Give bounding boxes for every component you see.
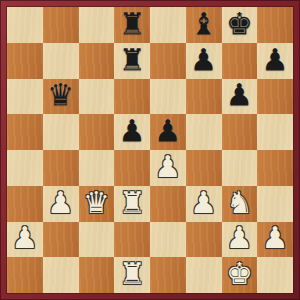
piece-black-rook-d7[interactable]: ♜ xyxy=(119,45,146,75)
square-h5[interactable] xyxy=(257,114,293,150)
piece-black-bishop-f8[interactable]: ♝ xyxy=(190,9,217,39)
piece-black-pawn-d5[interactable]: ♟ xyxy=(119,116,146,146)
square-b1[interactable] xyxy=(43,257,79,293)
square-h4[interactable] xyxy=(257,150,293,186)
square-c3[interactable]: ♛ xyxy=(79,186,115,222)
square-a5[interactable] xyxy=(7,114,43,150)
square-g4[interactable] xyxy=(222,150,258,186)
square-g8[interactable]: ♚ xyxy=(222,7,258,43)
square-d8[interactable]: ♜ xyxy=(114,7,150,43)
square-f6[interactable] xyxy=(186,79,222,115)
square-h3[interactable] xyxy=(257,186,293,222)
piece-black-pawn-f7[interactable]: ♟ xyxy=(190,45,217,75)
square-b8[interactable] xyxy=(43,7,79,43)
piece-white-knight-g3[interactable]: ♞ xyxy=(226,188,253,218)
square-e6[interactable] xyxy=(150,79,186,115)
piece-white-pawn-b3[interactable]: ♟ xyxy=(47,188,74,218)
square-h1[interactable] xyxy=(257,257,293,293)
chess-board: ♜♝♚♜♟♟♛♟♟♟♟♟♛♜♟♞♟♟♟♜♚ xyxy=(7,7,293,293)
square-a4[interactable] xyxy=(7,150,43,186)
square-c6[interactable] xyxy=(79,79,115,115)
square-f7[interactable]: ♟ xyxy=(186,43,222,79)
square-h2[interactable]: ♟ xyxy=(257,222,293,258)
piece-black-pawn-h7[interactable]: ♟ xyxy=(262,45,289,75)
square-b4[interactable] xyxy=(43,150,79,186)
square-e4[interactable]: ♟ xyxy=(150,150,186,186)
square-c5[interactable] xyxy=(79,114,115,150)
square-c1[interactable] xyxy=(79,257,115,293)
square-f1[interactable] xyxy=(186,257,222,293)
square-b3[interactable]: ♟ xyxy=(43,186,79,222)
square-d1[interactable]: ♜ xyxy=(114,257,150,293)
square-g6[interactable]: ♟ xyxy=(222,79,258,115)
square-a2[interactable]: ♟ xyxy=(7,222,43,258)
square-d7[interactable]: ♜ xyxy=(114,43,150,79)
square-a7[interactable] xyxy=(7,43,43,79)
piece-black-pawn-g6[interactable]: ♟ xyxy=(226,80,253,110)
piece-black-queen-b6[interactable]: ♛ xyxy=(47,80,74,110)
square-g5[interactable] xyxy=(222,114,258,150)
square-f5[interactable] xyxy=(186,114,222,150)
piece-white-pawn-f3[interactable]: ♟ xyxy=(190,188,217,218)
square-c8[interactable] xyxy=(79,7,115,43)
square-f3[interactable]: ♟ xyxy=(186,186,222,222)
piece-white-king-g1[interactable]: ♚ xyxy=(226,259,253,289)
square-c2[interactable] xyxy=(79,222,115,258)
piece-white-pawn-h2[interactable]: ♟ xyxy=(262,223,289,253)
square-b5[interactable] xyxy=(43,114,79,150)
square-h6[interactable] xyxy=(257,79,293,115)
square-e5[interactable]: ♟ xyxy=(150,114,186,150)
square-d3[interactable]: ♜ xyxy=(114,186,150,222)
piece-white-pawn-a2[interactable]: ♟ xyxy=(11,223,38,253)
square-f4[interactable] xyxy=(186,150,222,186)
piece-black-king-g8[interactable]: ♚ xyxy=(226,9,253,39)
square-d5[interactable]: ♟ xyxy=(114,114,150,150)
board-frame: ♜♝♚♜♟♟♛♟♟♟♟♟♛♜♟♞♟♟♟♜♚ xyxy=(0,0,300,300)
square-d6[interactable] xyxy=(114,79,150,115)
square-e7[interactable] xyxy=(150,43,186,79)
square-b7[interactable] xyxy=(43,43,79,79)
square-b6[interactable]: ♛ xyxy=(43,79,79,115)
square-e2[interactable] xyxy=(150,222,186,258)
square-f8[interactable]: ♝ xyxy=(186,7,222,43)
piece-white-pawn-g2[interactable]: ♟ xyxy=(226,223,253,253)
square-a6[interactable] xyxy=(7,79,43,115)
square-a8[interactable] xyxy=(7,7,43,43)
square-e8[interactable] xyxy=(150,7,186,43)
square-e3[interactable] xyxy=(150,186,186,222)
square-a3[interactable] xyxy=(7,186,43,222)
piece-white-rook-d1[interactable]: ♜ xyxy=(119,259,146,289)
piece-white-queen-c3[interactable]: ♛ xyxy=(83,188,110,218)
square-g1[interactable]: ♚ xyxy=(222,257,258,293)
square-g2[interactable]: ♟ xyxy=(222,222,258,258)
piece-white-pawn-e4[interactable]: ♟ xyxy=(154,152,181,182)
piece-black-pawn-e5[interactable]: ♟ xyxy=(154,116,181,146)
square-c7[interactable] xyxy=(79,43,115,79)
square-g7[interactable] xyxy=(222,43,258,79)
square-d2[interactable] xyxy=(114,222,150,258)
square-e1[interactable] xyxy=(150,257,186,293)
square-c4[interactable] xyxy=(79,150,115,186)
square-h7[interactable]: ♟ xyxy=(257,43,293,79)
square-b2[interactable] xyxy=(43,222,79,258)
square-h8[interactable] xyxy=(257,7,293,43)
piece-white-rook-d3[interactable]: ♜ xyxy=(119,188,146,218)
square-g3[interactable]: ♞ xyxy=(222,186,258,222)
square-f2[interactable] xyxy=(186,222,222,258)
piece-black-rook-d8[interactable]: ♜ xyxy=(119,9,146,39)
square-d4[interactable] xyxy=(114,150,150,186)
square-a1[interactable] xyxy=(7,257,43,293)
